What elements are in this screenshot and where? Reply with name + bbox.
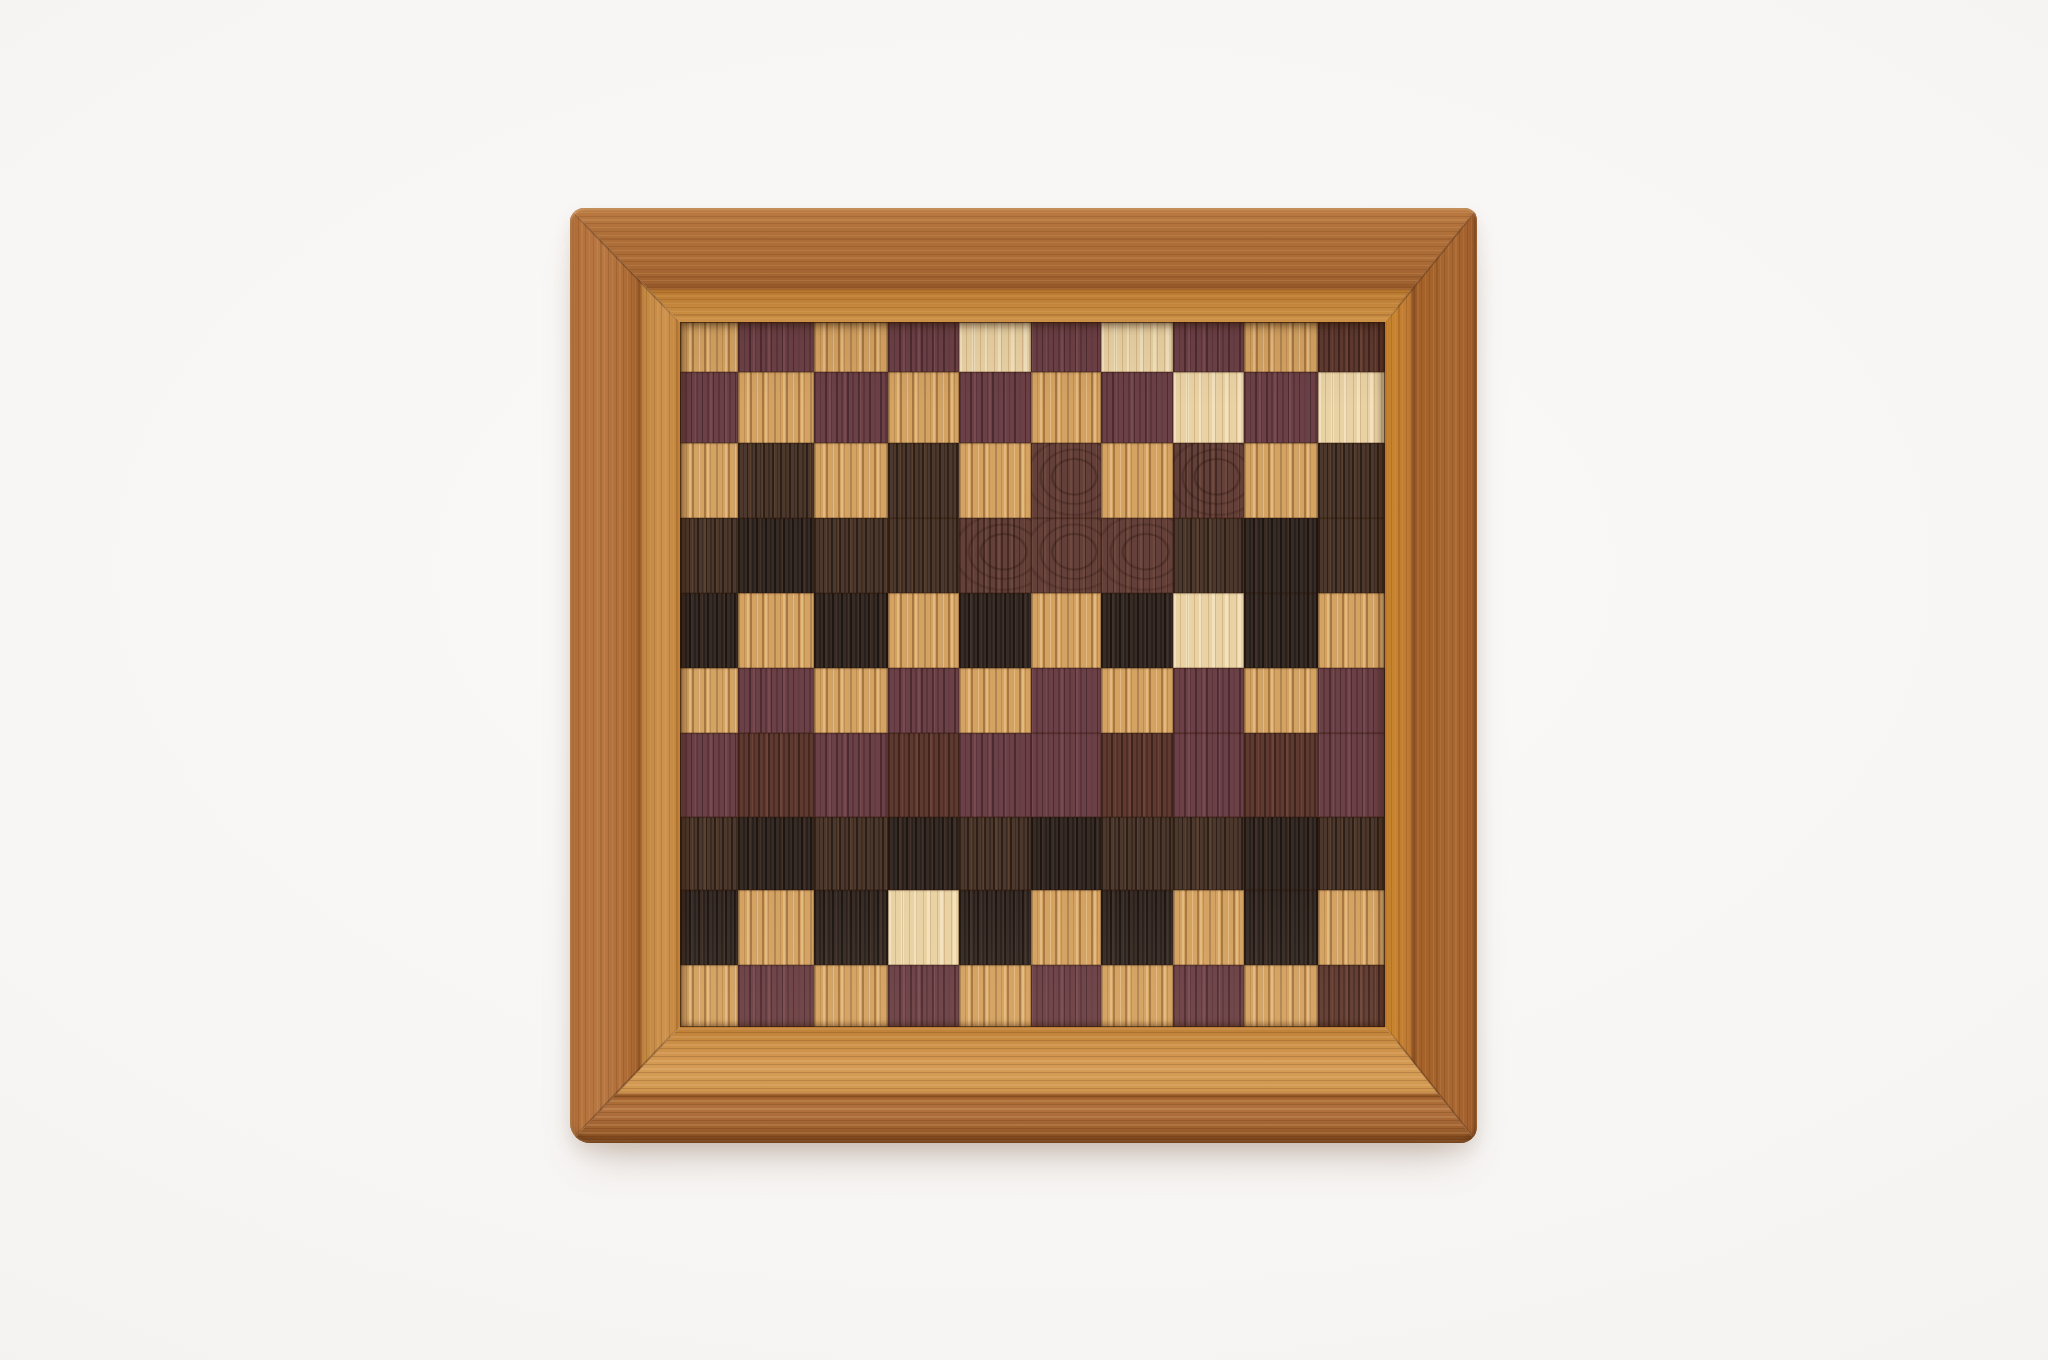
- board-cell-r4c8-wenge: [1173, 518, 1244, 593]
- board-cell-r2c3-purpleheart: [814, 372, 888, 443]
- board-cell-r8c4-wenge_dark: [888, 817, 959, 890]
- board-cell-r3c2-wenge: [738, 443, 814, 518]
- board-cell-r8c1-wenge: [680, 817, 738, 890]
- board-cell-r2c6-oak: [1031, 372, 1101, 443]
- board-cell-r3c6-rosewood_fig: [1031, 443, 1101, 518]
- board-cell-r4c10-wenge: [1318, 518, 1385, 593]
- board-cell-r3c5-oak: [959, 443, 1031, 518]
- board-cell-r9c9-wenge_dark: [1244, 890, 1318, 965]
- board-cell-r2c9-purpleheart: [1244, 372, 1318, 443]
- board-cell-r2c8-maple: [1173, 372, 1244, 443]
- board-cell-r4c2-wenge_dark: [738, 518, 814, 593]
- board-cell-r9c3-wenge_dark: [814, 890, 888, 965]
- board-cell-r1c9-oak: [1244, 322, 1318, 372]
- board-cell-r8c10-wenge: [1318, 817, 1385, 890]
- board-cell-r6c4-purpleheart: [888, 668, 959, 733]
- board-cell-r7c8-purpleheart: [1173, 733, 1244, 817]
- board-cell-r9c6-oak: [1031, 890, 1101, 965]
- board-cell-r7c5-purpleheart: [959, 733, 1031, 817]
- board-cell-r6c5-oak: [959, 668, 1031, 733]
- board-cell-r6c3-oak: [814, 668, 888, 733]
- board-cell-r4c3-wenge: [814, 518, 888, 593]
- board-cell-r10c2-purpleheart: [738, 965, 814, 1027]
- board-cell-r1c3-oak: [814, 322, 888, 372]
- board-cell-r4c6-rosewood_fig: [1031, 518, 1101, 593]
- board-cell-r10c7-oak: [1101, 965, 1173, 1027]
- board-cell-r6c10-purpleheart: [1318, 668, 1385, 733]
- board-cell-r9c5-wenge_dark: [959, 890, 1031, 965]
- board-cell-r5c4-oak: [888, 593, 959, 668]
- board-cell-r5c6-oak: [1031, 593, 1101, 668]
- board-cell-r9c4-maple: [888, 890, 959, 965]
- board-cell-r3c10-wenge: [1318, 443, 1385, 518]
- board-cell-r9c8-oak: [1173, 890, 1244, 965]
- board-cell-r7c4-rosewood: [888, 733, 959, 817]
- board-cell-r8c7-wenge: [1101, 817, 1173, 890]
- board-cell-r4c1-wenge: [680, 518, 738, 593]
- board-cell-r6c1-oak: [680, 668, 738, 733]
- board-cell-r6c2-purpleheart: [738, 668, 814, 733]
- board-cell-r4c4-wenge: [888, 518, 959, 593]
- board-cell-r1c2-purpleheart: [738, 322, 814, 372]
- board-cell-r8c8-wenge: [1173, 817, 1244, 890]
- board-cell-r1c6-purpleheart: [1031, 322, 1101, 372]
- board-cell-r9c1-wenge_dark: [680, 890, 738, 965]
- board-cell-r2c1-purpleheart: [680, 372, 738, 443]
- board-cell-r5c8-maple: [1173, 593, 1244, 668]
- board-cell-r1c10-rosewood: [1318, 322, 1385, 372]
- board-cell-r3c9-oak: [1244, 443, 1318, 518]
- board-cell-r7c2-rosewood: [738, 733, 814, 817]
- board-cell-r6c6-purpleheart: [1031, 668, 1101, 733]
- board-cell-r3c7-oak: [1101, 443, 1173, 518]
- wooden-tray: [570, 208, 1477, 1143]
- board-cell-r8c2-wenge_dark: [738, 817, 814, 890]
- board-cell-r3c4-wenge: [888, 443, 959, 518]
- board-cell-r4c5-rosewood_fig: [959, 518, 1031, 593]
- board-cell-r2c10-maple: [1318, 372, 1385, 443]
- board-cell-r5c2-oak: [738, 593, 814, 668]
- board-cell-r1c8-purpleheart: [1173, 322, 1244, 372]
- board-cell-r9c2-oak: [738, 890, 814, 965]
- board-cell-r2c4-oak: [888, 372, 959, 443]
- board-cell-r2c5-purpleheart: [959, 372, 1031, 443]
- board-cell-r10c10-rosewood: [1318, 965, 1385, 1027]
- board-cell-r10c9-oak: [1244, 965, 1318, 1027]
- board-cell-r4c7-rosewood_fig: [1101, 518, 1173, 593]
- board-cell-r1c5-maple: [959, 322, 1031, 372]
- photo-background: [0, 0, 2048, 1360]
- board-cell-r5c7-wenge_dark: [1101, 593, 1173, 668]
- board-cell-r6c8-purpleheart: [1173, 668, 1244, 733]
- board-cell-r1c4-purpleheart: [888, 322, 959, 372]
- board-cell-r3c8-rosewood_fig: [1173, 443, 1244, 518]
- board-cell-r8c3-wenge: [814, 817, 888, 890]
- board-cell-r9c7-wenge_dark: [1101, 890, 1173, 965]
- board-cell-r3c3-oak: [814, 443, 888, 518]
- board-cell-r7c10-purpleheart: [1318, 733, 1385, 817]
- board-cell-r1c1-oak: [680, 322, 738, 372]
- board-cell-r7c3-purpleheart: [814, 733, 888, 817]
- board-cell-r6c7-oak: [1101, 668, 1173, 733]
- board-cell-r2c2-oak: [738, 372, 814, 443]
- board-cell-r10c6-purpleheart: [1031, 965, 1101, 1027]
- board-cell-r7c6-purpleheart: [1031, 733, 1101, 817]
- board-cell-r10c8-purpleheart: [1173, 965, 1244, 1027]
- board-cell-r3c1-oak: [680, 443, 738, 518]
- board-cell-r10c5-oak: [959, 965, 1031, 1027]
- board-cell-r7c7-rosewood: [1101, 733, 1173, 817]
- board-cell-r5c10-oak: [1318, 593, 1385, 668]
- board-cell-r5c5-wenge_dark: [959, 593, 1031, 668]
- board-cell-r8c5-wenge: [959, 817, 1031, 890]
- board-cell-r1c7-maple: [1101, 322, 1173, 372]
- board-cell-r5c9-wenge_dark: [1244, 593, 1318, 668]
- board-cell-r10c1-oak: [680, 965, 738, 1027]
- board-cell-r7c9-rosewood: [1244, 733, 1318, 817]
- board-cell-r5c1-wenge_dark: [680, 593, 738, 668]
- board-cell-r7c1-purpleheart: [680, 733, 738, 817]
- board-cell-r2c7-purpleheart: [1101, 372, 1173, 443]
- board-cell-r4c9-wenge_dark: [1244, 518, 1318, 593]
- board-cell-r8c9-wenge_dark: [1244, 817, 1318, 890]
- board-cell-r9c10-oak: [1318, 890, 1385, 965]
- board-cell-r6c9-oak: [1244, 668, 1318, 733]
- checkerboard-inlay: [680, 322, 1385, 1027]
- board-cell-r5c3-wenge_dark: [814, 593, 888, 668]
- board-cell-r8c6-wenge_dark: [1031, 817, 1101, 890]
- board-cell-r10c3-oak: [814, 965, 888, 1027]
- board-cell-r10c4-purpleheart: [888, 965, 959, 1027]
